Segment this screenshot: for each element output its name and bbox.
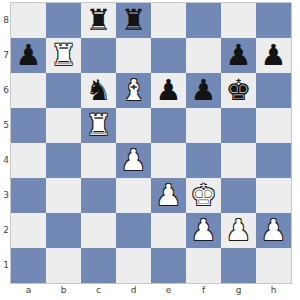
- square-c7[interactable]: [81, 38, 116, 73]
- rank-labels: 87654321: [0, 3, 11, 283]
- rank-label-3: 3: [0, 178, 11, 213]
- square-a4[interactable]: [11, 143, 46, 178]
- white-pawn-g2[interactable]: ♟: [226, 213, 252, 248]
- square-d1[interactable]: [116, 248, 151, 283]
- black-pawn-e6[interactable]: ♟: [156, 73, 182, 108]
- rank-label-6: 6: [0, 73, 11, 108]
- square-a3[interactable]: [11, 178, 46, 213]
- file-label-f: f: [186, 284, 221, 298]
- black-knight-c6[interactable]: ♞: [86, 73, 112, 108]
- square-f4[interactable]: [186, 143, 221, 178]
- square-e6[interactable]: ♟: [151, 73, 186, 108]
- rank-label-8: 8: [0, 3, 11, 38]
- square-a2[interactable]: [11, 213, 46, 248]
- square-b5[interactable]: [46, 108, 81, 143]
- square-a1[interactable]: [11, 248, 46, 283]
- white-rook-c5[interactable]: ♜: [86, 108, 112, 143]
- square-h7[interactable]: ♟: [256, 38, 291, 73]
- square-d2[interactable]: [116, 213, 151, 248]
- white-pawn-d4[interactable]: ♟: [121, 143, 147, 178]
- square-h8[interactable]: [256, 3, 291, 38]
- square-h4[interactable]: [256, 143, 291, 178]
- square-c2[interactable]: [81, 213, 116, 248]
- rank-label-4: 4: [0, 143, 11, 178]
- file-label-d: d: [116, 284, 151, 298]
- rank-label-1: 1: [0, 248, 11, 283]
- square-d6[interactable]: ♝: [116, 73, 151, 108]
- square-d7[interactable]: [116, 38, 151, 73]
- square-h6[interactable]: [256, 73, 291, 108]
- square-a6[interactable]: [11, 73, 46, 108]
- square-a7[interactable]: ♟: [11, 38, 46, 73]
- white-king-f3[interactable]: ♚: [191, 178, 217, 213]
- square-e1[interactable]: [151, 248, 186, 283]
- square-e5[interactable]: [151, 108, 186, 143]
- square-d5[interactable]: [116, 108, 151, 143]
- square-g6[interactable]: ♚: [221, 73, 256, 108]
- file-label-g: g: [221, 284, 256, 298]
- square-f5[interactable]: [186, 108, 221, 143]
- square-f3[interactable]: ♚: [186, 178, 221, 213]
- square-f2[interactable]: ♟: [186, 213, 221, 248]
- square-c1[interactable]: [81, 248, 116, 283]
- square-f7[interactable]: [186, 38, 221, 73]
- square-e4[interactable]: [151, 143, 186, 178]
- square-b2[interactable]: [46, 213, 81, 248]
- white-rook-b7[interactable]: ♜: [51, 38, 77, 73]
- black-rook-c8[interactable]: ♜: [86, 3, 112, 38]
- square-c5[interactable]: ♜: [81, 108, 116, 143]
- square-b4[interactable]: [46, 143, 81, 178]
- chess-board-widget: 87654321 ♜♜♟♜♟♟♞♝♟♟♚♜♟♟♚♟♟♟ abcdefgh: [0, 0, 300, 300]
- file-label-a: a: [11, 284, 46, 298]
- square-b8[interactable]: [46, 3, 81, 38]
- square-g3[interactable]: [221, 178, 256, 213]
- white-bishop-d6[interactable]: ♝: [121, 73, 147, 108]
- black-pawn-g7[interactable]: ♟: [226, 38, 252, 73]
- file-label-c: c: [81, 284, 116, 298]
- rank-label-7: 7: [0, 38, 11, 73]
- white-pawn-e3[interactable]: ♟: [156, 178, 182, 213]
- square-b1[interactable]: [46, 248, 81, 283]
- square-g4[interactable]: [221, 143, 256, 178]
- square-h1[interactable]: [256, 248, 291, 283]
- square-d3[interactable]: [116, 178, 151, 213]
- square-g1[interactable]: [221, 248, 256, 283]
- square-d8[interactable]: ♜: [116, 3, 151, 38]
- square-e3[interactable]: ♟: [151, 178, 186, 213]
- black-pawn-f6[interactable]: ♟: [191, 73, 217, 108]
- square-f1[interactable]: [186, 248, 221, 283]
- square-b3[interactable]: [46, 178, 81, 213]
- white-pawn-f2[interactable]: ♟: [191, 213, 217, 248]
- black-pawn-a7[interactable]: ♟: [16, 38, 42, 73]
- file-label-h: h: [256, 284, 291, 298]
- square-f8[interactable]: [186, 3, 221, 38]
- black-king-g6[interactable]: ♚: [226, 73, 252, 108]
- rank-label-2: 2: [0, 213, 11, 248]
- square-e2[interactable]: [151, 213, 186, 248]
- black-rook-d8[interactable]: ♜: [121, 3, 147, 38]
- square-g2[interactable]: ♟: [221, 213, 256, 248]
- file-label-e: e: [151, 284, 186, 298]
- square-c4[interactable]: [81, 143, 116, 178]
- square-g5[interactable]: [221, 108, 256, 143]
- square-h2[interactable]: ♟: [256, 213, 291, 248]
- square-d4[interactable]: ♟: [116, 143, 151, 178]
- square-c3[interactable]: [81, 178, 116, 213]
- square-c6[interactable]: ♞: [81, 73, 116, 108]
- white-pawn-h2[interactable]: ♟: [261, 213, 287, 248]
- square-f6[interactable]: ♟: [186, 73, 221, 108]
- square-a5[interactable]: [11, 108, 46, 143]
- square-g8[interactable]: [221, 3, 256, 38]
- square-e7[interactable]: [151, 38, 186, 73]
- file-label-b: b: [46, 284, 81, 298]
- chess-board: ♜♜♟♜♟♟♞♝♟♟♚♜♟♟♚♟♟♟: [11, 3, 291, 283]
- square-c8[interactable]: ♜: [81, 3, 116, 38]
- square-h3[interactable]: [256, 178, 291, 213]
- file-labels: abcdefgh: [11, 284, 291, 298]
- square-e8[interactable]: [151, 3, 186, 38]
- square-b7[interactable]: ♜: [46, 38, 81, 73]
- rank-label-5: 5: [0, 108, 11, 143]
- square-b6[interactable]: [46, 73, 81, 108]
- black-pawn-h7[interactable]: ♟: [261, 38, 287, 73]
- square-h5[interactable]: [256, 108, 291, 143]
- square-g7[interactable]: ♟: [221, 38, 256, 73]
- square-a8[interactable]: [11, 3, 46, 38]
